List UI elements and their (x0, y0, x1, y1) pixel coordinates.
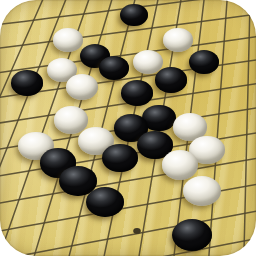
black-stone: ● (102, 144, 138, 173)
black-stone: ● (11, 70, 43, 95)
white-stone: ○ (163, 28, 192, 51)
grid-line-horizontal (0, 210, 256, 256)
star-point (133, 228, 141, 234)
white-stone: ○ (66, 74, 98, 100)
white-stone: ○ (183, 176, 221, 206)
black-stone: ● (155, 67, 187, 92)
black-stone: ● (121, 80, 153, 106)
black-stone: ● (172, 219, 212, 251)
grid-line-vertical (0, 0, 47, 256)
white-stone: ○ (162, 150, 198, 179)
black-stone: ● (120, 4, 148, 26)
white-stone: ○ (53, 28, 82, 51)
gomoku-app-icon[interactable]: ●○○●○●●○●●○●●○○●○●○○●●○●○●● (0, 0, 256, 256)
go-board: ●○○●○●●○●●○●●○○●○●○○●●○●○●● (0, 0, 256, 256)
white-stone: ○ (54, 106, 88, 133)
